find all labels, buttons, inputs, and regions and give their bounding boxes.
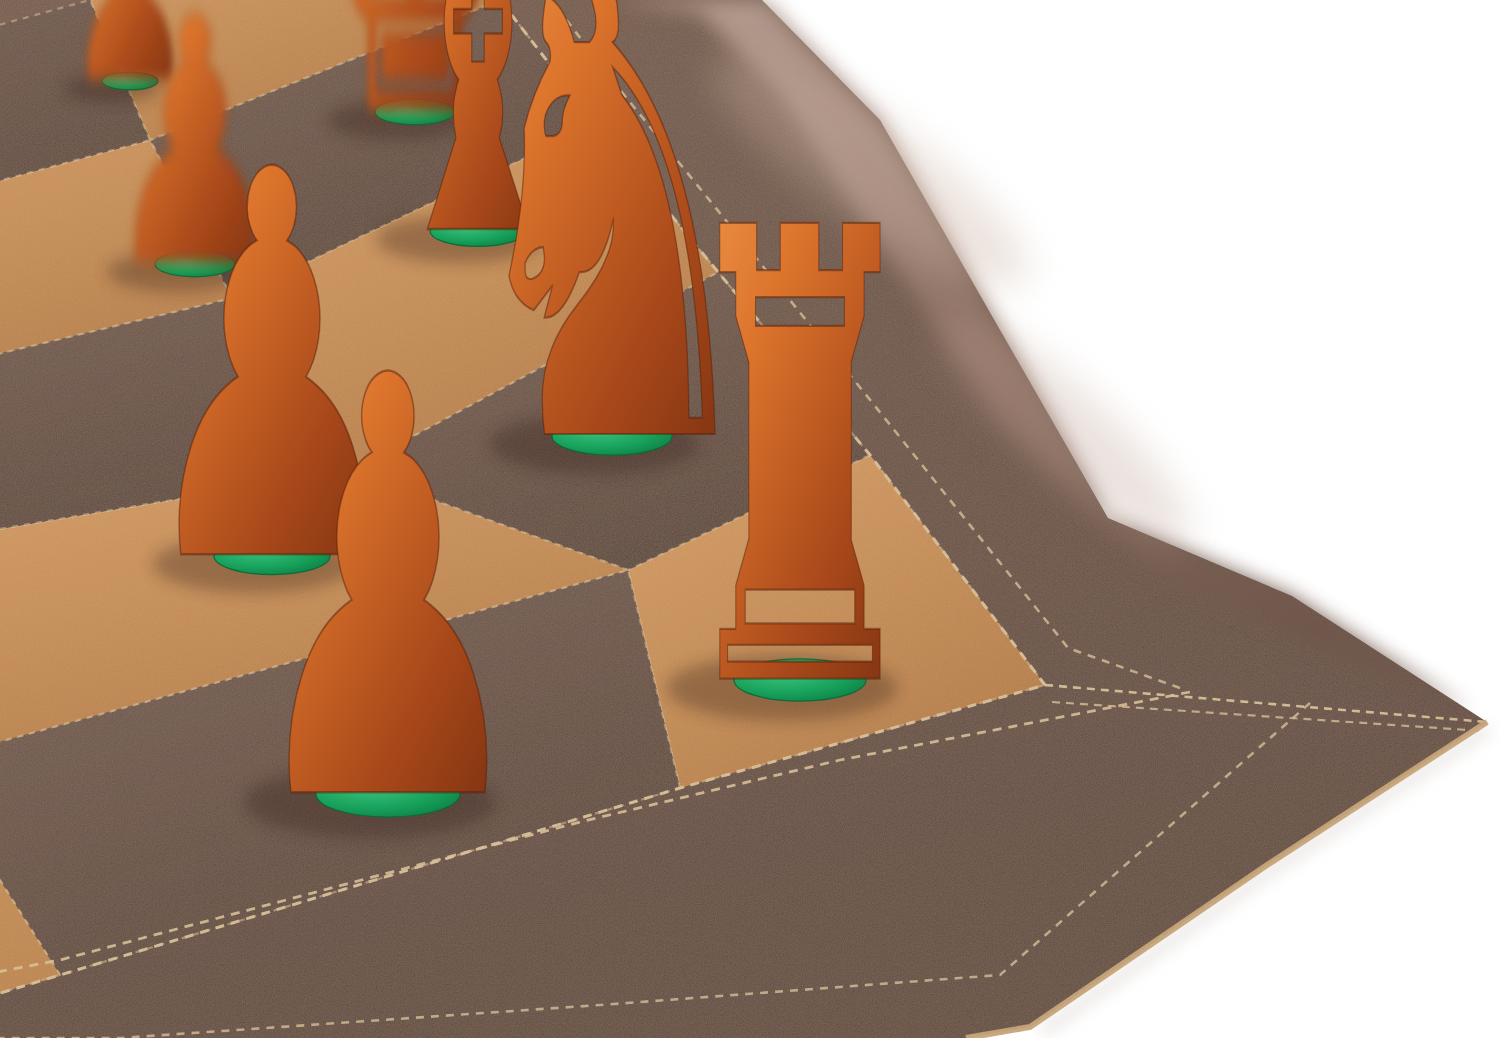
scene-canvas: ♟♚♝♟♞♟♜♟ <box>0 0 1500 1038</box>
chessboard-product-photo: ♟♚♝♟♞♟♜♟ Close-up angled photo of a hand… <box>0 0 1500 1038</box>
piece-glyph-pawn: ♟ <box>240 255 536 928</box>
piece-pawn-h2: ♟ <box>240 255 536 928</box>
piece-rook-h1: ♜ <box>667 99 928 825</box>
piece-glyph-rook: ♜ <box>672 99 927 825</box>
